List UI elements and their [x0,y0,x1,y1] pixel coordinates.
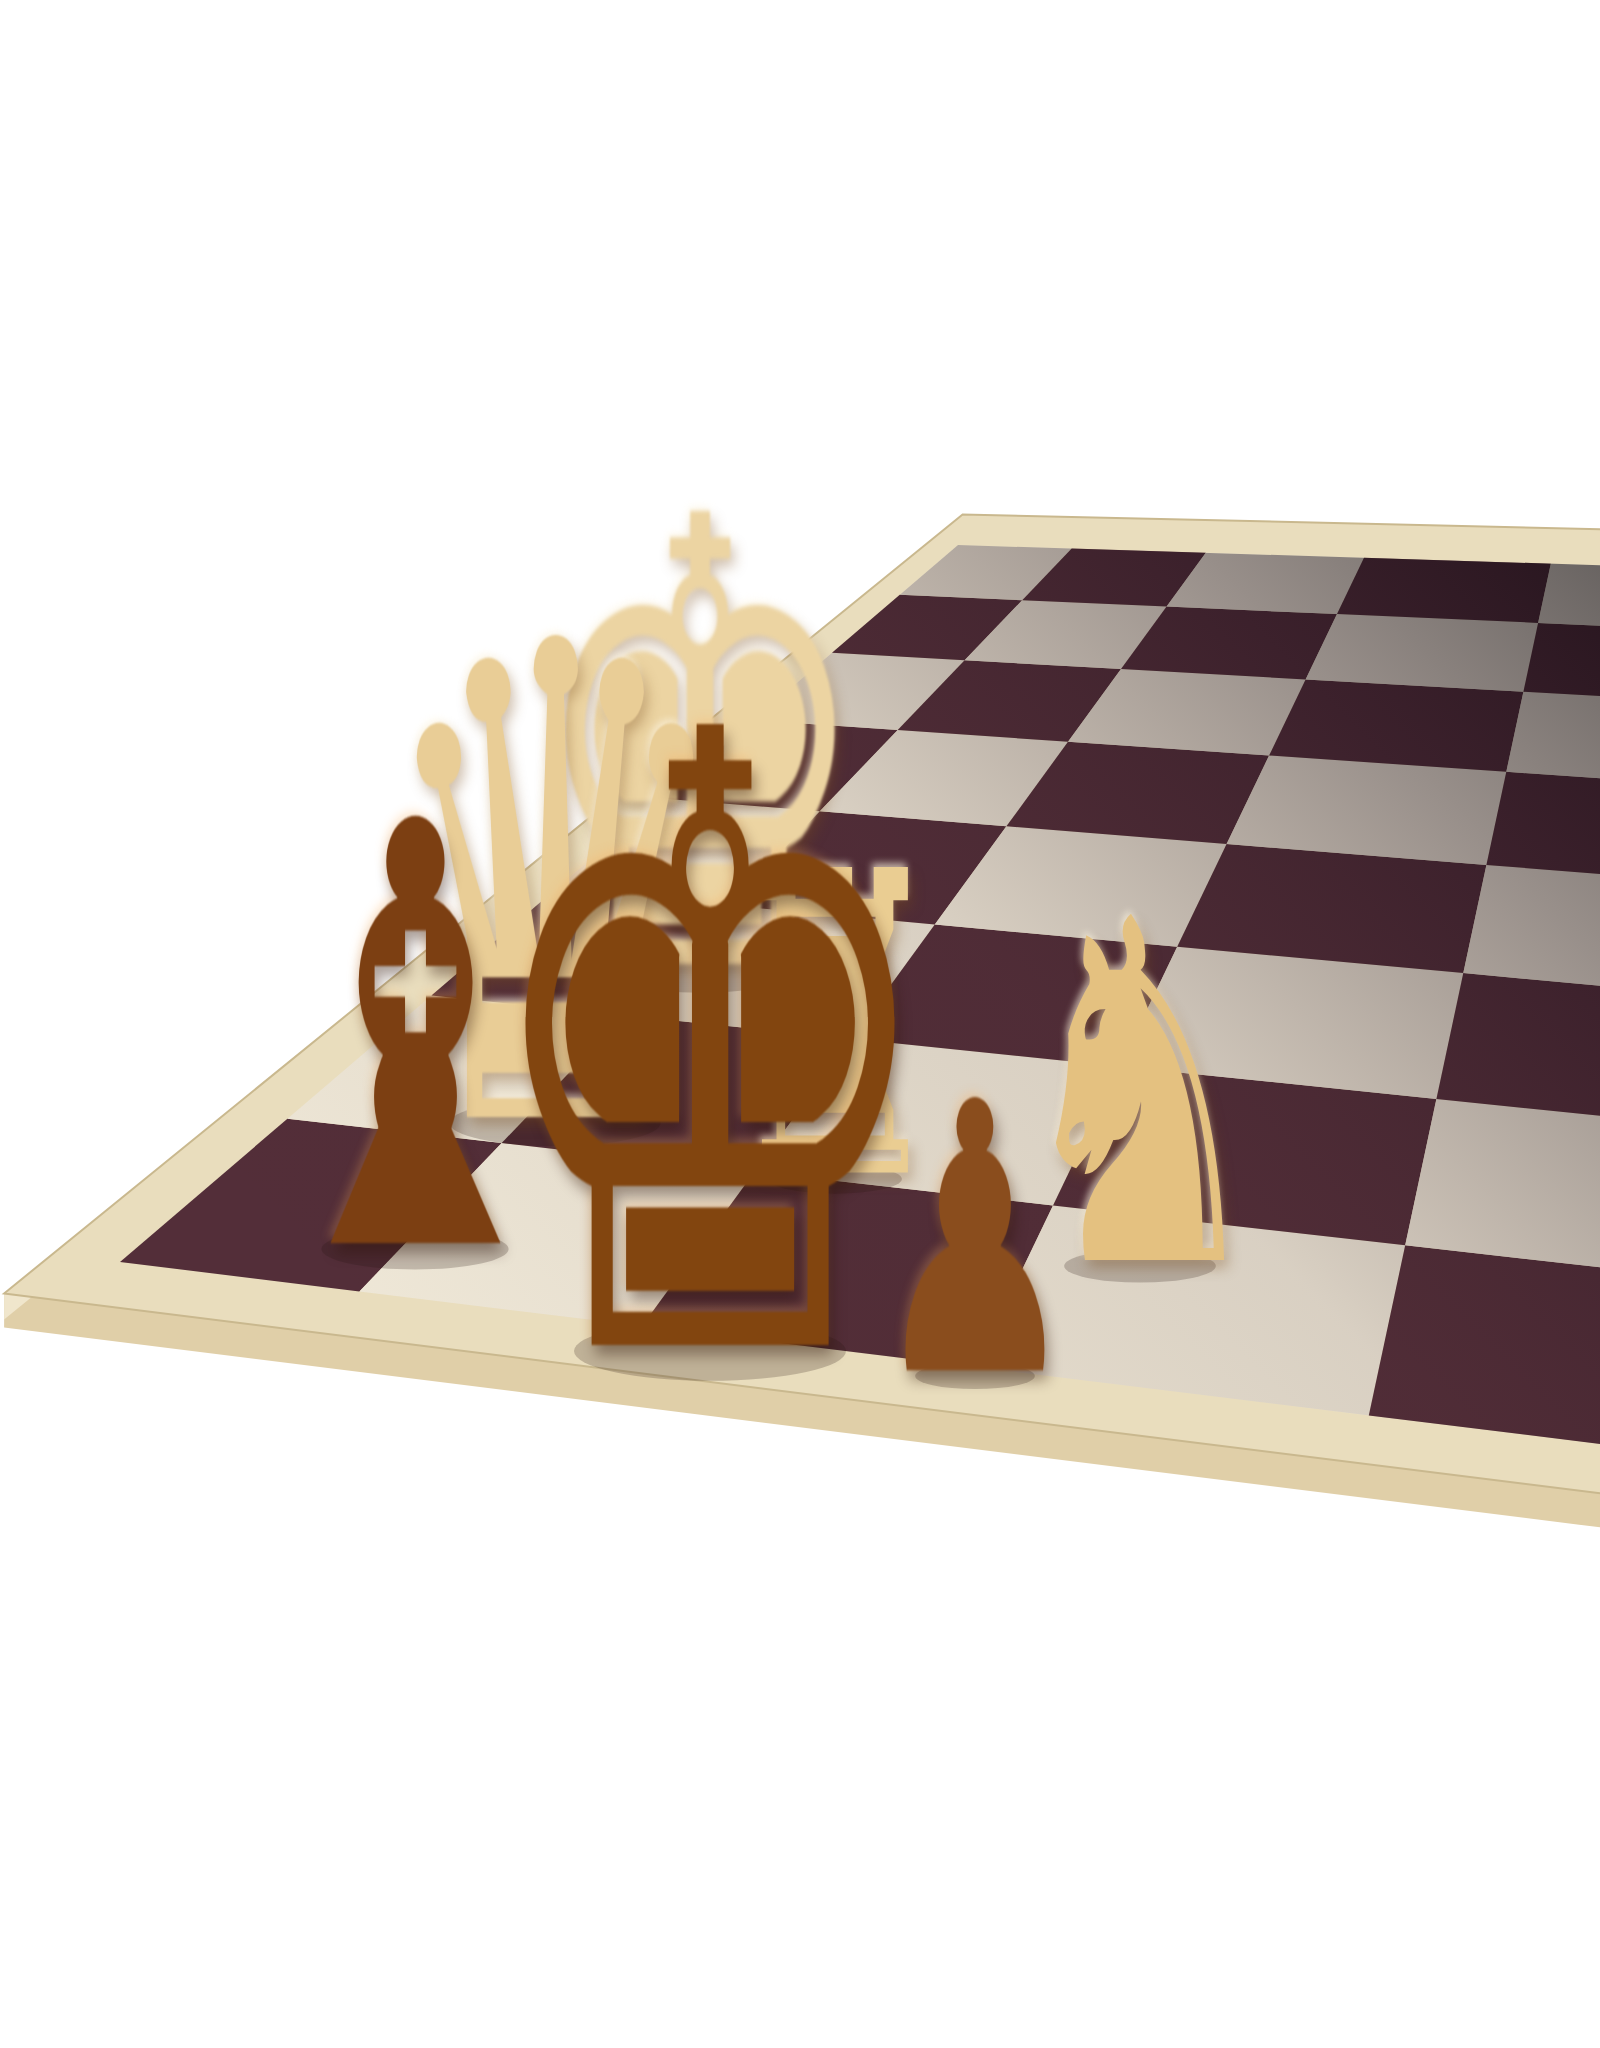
product-photo: ♚♛♜♝♞♚♟ [0,0,1600,2048]
pieces-layer: ♚♛♜♝♞♚♟ [0,0,1600,2048]
black-pawn-piece[interactable]: ♟ [859,1054,1091,1428]
